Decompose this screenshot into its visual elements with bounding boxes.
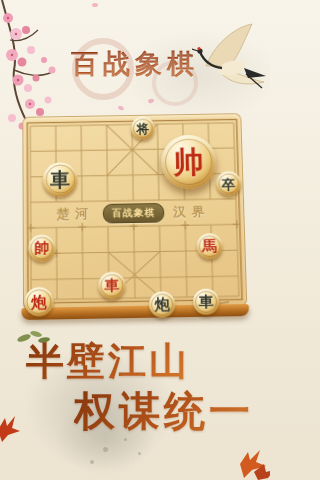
piece-red-general-giant[interactable]: 帅 — [160, 135, 216, 190]
piece-glyph: 車 — [198, 294, 213, 309]
xiangqi-board[interactable]: 楚河 百战象棋 汉界 将帅車卒帥馬車炮炮車 — [22, 113, 247, 320]
ink-splatter-dot — [103, 447, 108, 452]
river-brand-badge: 百战象棋 — [103, 203, 165, 224]
piece-black-chariot-left[interactable]: 車 — [43, 162, 78, 196]
slogan-line2: 权谋统一 — [74, 384, 254, 439]
falling-petal — [117, 105, 124, 111]
piece-black-general[interactable]: 将 — [131, 117, 155, 140]
ink-splatter-dot — [138, 452, 141, 455]
piece-glyph: 車 — [104, 278, 119, 293]
falling-petal — [147, 98, 154, 104]
river-band: 楚河 百战象棋 汉界 — [23, 199, 245, 228]
maple-leaf-decoration — [0, 414, 22, 446]
piece-glyph: 卒 — [222, 177, 236, 191]
piece-glyph: 将 — [136, 122, 149, 135]
river-text-right: 汉界 — [173, 203, 211, 221]
piece-glyph: 車 — [50, 170, 70, 190]
board-surface: 楚河 百战象棋 汉界 将帅車卒帥馬車炮炮車 — [22, 113, 247, 310]
piece-glyph: 帥 — [34, 241, 49, 256]
piece-glyph: 帅 — [173, 147, 204, 177]
slogan-line1: 半壁江山 — [26, 336, 190, 387]
piece-glyph: 炮 — [31, 294, 47, 310]
piece-glyph: 炮 — [155, 297, 170, 312]
piece-black-soldier[interactable]: 卒 — [216, 171, 241, 196]
piece-red-horse[interactable]: 馬 — [196, 233, 223, 259]
piece-red-chariot[interactable]: 車 — [98, 272, 125, 299]
maple-leaf-decoration — [234, 444, 270, 480]
piece-glyph: 馬 — [202, 239, 217, 254]
piece-red-marshal-small[interactable]: 帥 — [28, 235, 55, 262]
ink-splatter-dot — [90, 460, 94, 464]
river-text-left: 楚河 — [56, 205, 94, 223]
app-title: 百战象棋 — [0, 46, 270, 82]
falling-petal — [92, 3, 98, 7]
